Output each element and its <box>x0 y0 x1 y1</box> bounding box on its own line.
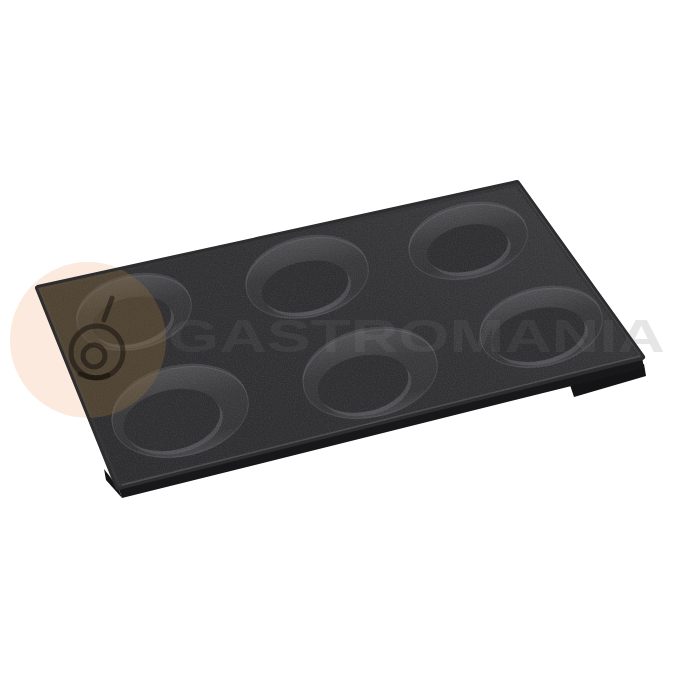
product-photo-frame: GASTROMANIA GASTROMANIA <box>0 0 680 680</box>
product-photo: GASTROMANIA GASTROMANIA <box>0 0 680 680</box>
watermark-text-over-tray: GASTROMANIA <box>168 310 665 362</box>
